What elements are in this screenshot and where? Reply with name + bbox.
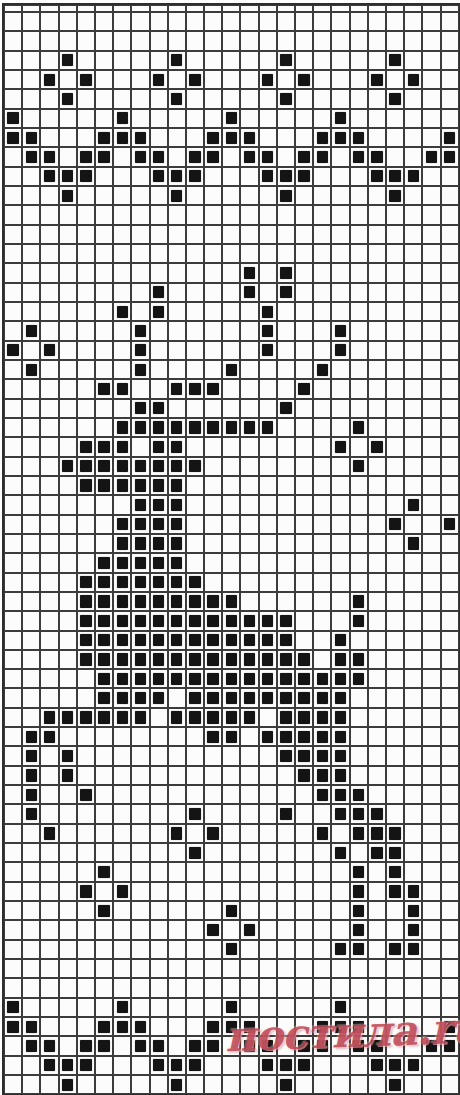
grid-cell [222,457,240,476]
grid-cell [150,70,168,89]
filled-stitch [335,692,346,704]
filled-stitch [207,421,218,433]
grid-cell [386,147,404,166]
grid-cell [77,476,95,495]
grid-cell [4,573,22,592]
filled-stitch [171,383,182,395]
grid-cell [404,360,422,379]
filled-stitch [44,731,55,743]
grid-cell [59,611,77,630]
grid-cell [350,611,368,630]
grid-cell [422,321,440,340]
grid-cell [331,920,349,939]
filled-stitch [117,518,128,530]
grid-cell [441,89,459,108]
grid-cell [422,205,440,224]
grid-cell [277,631,295,650]
grid-cell [4,688,22,707]
filled-stitch [98,1021,109,1033]
grid-cell [277,843,295,862]
grid-cell [4,804,22,823]
grid-cell [240,437,258,456]
grid-cell-partial [259,5,277,12]
filled-stitch [298,711,309,723]
grid-cell [331,901,349,920]
grid-cell [259,283,277,302]
filled-stitch [226,595,237,607]
grid-cell [168,611,186,630]
grid-cell [313,186,331,205]
grid-cell [404,1056,422,1075]
grid-cell [441,920,459,939]
filled-stitch [371,74,382,86]
grid-cell [331,225,349,244]
grid-cell [295,611,313,630]
grid-cell [441,978,459,997]
grid-cell [350,147,368,166]
grid-cell [150,167,168,186]
grid-cell [59,167,77,186]
filled-stitch [117,441,128,453]
grid-cell [404,631,422,650]
grid-cell [277,31,295,50]
grid-cell [22,940,40,959]
filled-stitch [298,383,309,395]
grid-cell [4,1056,22,1075]
filled-stitch [98,441,109,453]
grid-cell [113,940,131,959]
grid-cell [331,824,349,843]
filled-stitch [62,769,73,781]
grid-cell [422,920,440,939]
grid-cell [22,824,40,843]
grid-cell-partial [168,5,186,12]
filled-stitch [335,711,346,723]
grid-cell [4,147,22,166]
grid-cell [150,302,168,321]
grid-cell [204,766,222,785]
grid-cell [240,515,258,534]
filled-stitch [207,595,218,607]
grid-cell [422,495,440,514]
grid-cell [331,12,349,31]
grid-cell [441,167,459,186]
grid-cell [150,862,168,881]
grid-cell [131,205,149,224]
grid-cell [368,553,386,572]
grid-cell [131,553,149,572]
grid-cell [277,225,295,244]
grid-cell [95,843,113,862]
grid-cell [386,553,404,572]
grid-cell [350,109,368,128]
grid-cell [77,592,95,611]
filled-stitch [244,421,255,433]
grid-cell [95,592,113,611]
filled-stitch [98,151,109,163]
filled-stitch [135,653,146,665]
filled-stitch [317,731,328,743]
grid-cell [204,225,222,244]
grid-cell [59,1017,77,1036]
filled-stitch [317,750,328,762]
filled-stitch [353,673,364,685]
grid-cell [222,128,240,147]
grid-cell [131,901,149,920]
grid-cell [22,727,40,746]
grid-cell [204,824,222,843]
grid-cell [150,959,168,978]
grid-cell [240,669,258,688]
grid-cell [186,321,204,340]
grid-cell [186,573,204,592]
grid-cell [331,321,349,340]
filled-stitch [207,711,218,723]
grid-cell [222,515,240,534]
grid-cell [386,708,404,727]
grid-cell [22,437,40,456]
grid-cell [386,998,404,1017]
grid-cell [59,263,77,282]
grid-cell [259,186,277,205]
grid-cell-partial [404,5,422,12]
filled-stitch [98,576,109,588]
grid-cell [295,688,313,707]
grid-cell [131,457,149,476]
grid-cell [186,1075,204,1094]
grid-cell [350,669,368,688]
grid-cell [313,1075,331,1094]
filled-stitch [171,634,182,646]
filled-stitch [135,518,146,530]
grid-cell [368,766,386,785]
grid-cell [295,515,313,534]
grid-cell [95,109,113,128]
grid-cell [4,360,22,379]
grid-cell [22,244,40,263]
grid-cell-partial [131,5,149,12]
filled-stitch [389,93,400,105]
grid-cell [113,515,131,534]
grid-cell [331,244,349,263]
grid-cell [131,824,149,843]
grid-cell [168,321,186,340]
grid-cell [40,51,58,70]
grid-cell [22,1017,40,1036]
grid-cell [295,263,313,282]
grid-cell [95,89,113,108]
grid-cell [113,128,131,147]
grid-cell [204,553,222,572]
grid-cell [40,109,58,128]
grid-cell [59,824,77,843]
grid-cell [77,766,95,785]
filled-stitch [207,924,218,936]
grid-cell [222,940,240,959]
grid-cell [331,399,349,418]
filled-stitch [171,421,182,433]
filled-stitch [244,132,255,144]
grid-cell [350,457,368,476]
grid-cell [204,205,222,224]
grid-cell [422,147,440,166]
grid-cell [240,1017,258,1036]
grid-cell [222,1056,240,1075]
grid-cell [222,225,240,244]
grid-cell [350,167,368,186]
grid-cell [313,70,331,89]
grid-cell [295,553,313,572]
grid-cell [295,379,313,398]
grid-cell [259,109,277,128]
grid-cell [404,379,422,398]
grid-cell [441,225,459,244]
filled-stitch [26,1040,37,1052]
grid-cell [113,708,131,727]
grid-cell [204,862,222,881]
grid-cell [404,573,422,592]
grid-cell [150,882,168,901]
filled-stitch [98,460,109,472]
grid-cell [368,882,386,901]
grid-cell [386,940,404,959]
grid-cell [295,399,313,418]
grid-cell [259,1075,277,1094]
filled-stitch [117,634,128,646]
grid-cell [422,708,440,727]
grid-cell [386,12,404,31]
filled-stitch [389,54,400,66]
grid-cell [386,727,404,746]
grid-cell [441,804,459,823]
grid-cell [40,476,58,495]
grid-cell [350,708,368,727]
grid-cell [259,553,277,572]
grid-cell-partial [95,5,113,12]
grid-cell [404,746,422,765]
grid-cell [113,882,131,901]
grid-cell [204,437,222,456]
grid-cell [168,727,186,746]
filled-stitch [153,441,164,453]
grid-cell [277,128,295,147]
grid-cell [404,225,422,244]
filled-stitch [26,789,37,801]
grid-cell [150,437,168,456]
grid-cell [77,283,95,302]
grid-cell [350,901,368,920]
grid-cell [168,70,186,89]
grid-cell [313,978,331,997]
grid-cell [222,631,240,650]
grid-cell [222,804,240,823]
grid-cell [150,553,168,572]
grid-cell [59,128,77,147]
grid-cell [295,89,313,108]
grid-cell [186,515,204,534]
grid-cell [150,901,168,920]
grid-cell [441,746,459,765]
grid-cell [422,592,440,611]
grid-cell [4,515,22,534]
grid-cell [95,205,113,224]
grid-cell [259,862,277,881]
grid-cell [150,457,168,476]
grid-cell [422,515,440,534]
grid-cell [59,70,77,89]
grid-cell [259,418,277,437]
grid-cell-partial [350,5,368,12]
grid-cell [441,553,459,572]
grid-cell [259,746,277,765]
filled-stitch [389,518,400,530]
grid-cell [259,573,277,592]
grid-cell [186,476,204,495]
grid-cell [240,920,258,939]
grid-cell [295,31,313,50]
grid-cell [259,341,277,360]
grid-cell [277,669,295,688]
grid-cell [204,882,222,901]
grid-cell [313,708,331,727]
grid-cell [59,804,77,823]
filled-stitch [353,421,364,433]
grid-cell [40,1036,58,1055]
filled-stitch [135,364,146,376]
grid-cell [150,399,168,418]
grid-cell [441,399,459,418]
grid-cell [77,321,95,340]
grid-cell [40,650,58,669]
grid-cell [59,225,77,244]
grid-cell [441,1036,459,1055]
grid-cell [277,244,295,263]
grid-cell [113,263,131,282]
filled-stitch [135,1021,146,1033]
filled-stitch [280,93,291,105]
filled-stitch [335,634,346,646]
grid-cell [277,534,295,553]
grid-cell [222,592,240,611]
filled-stitch [335,325,346,337]
filled-stitch [335,132,346,144]
grid-cell [40,89,58,108]
grid-cell [259,1017,277,1036]
grid-cell [441,360,459,379]
grid-cell [386,437,404,456]
filled-stitch [207,615,218,627]
grid-cell [40,708,58,727]
grid-cell [222,920,240,939]
filled-stitch [189,692,200,704]
grid-cell [441,669,459,688]
grid-cell [4,727,22,746]
filled-stitch [335,731,346,743]
grid-cell [350,515,368,534]
grid-cell [59,341,77,360]
grid-cell [222,998,240,1017]
grid-cell [422,862,440,881]
grid-cell [77,611,95,630]
grid-cell-partial [277,5,295,12]
grid-cell [4,418,22,437]
filled-stitch [153,1040,164,1052]
grid-cell [186,843,204,862]
grid-cell [240,1056,258,1075]
grid-cell [404,476,422,495]
grid-cell [441,321,459,340]
grid-cell [222,882,240,901]
grid-cell [277,746,295,765]
grid-cell-partial [4,5,22,12]
filled-stitch [280,54,291,66]
filled-stitch [117,112,128,124]
filled-stitch [117,1021,128,1033]
grid-cell [386,978,404,997]
grid-cell [259,843,277,862]
grid-cell [168,457,186,476]
filled-stitch [335,112,346,124]
grid-cell [40,959,58,978]
filled-stitch [317,827,328,839]
filled-stitch [280,731,291,743]
grid-cell [222,843,240,862]
grid-cell [313,379,331,398]
grid-cell [331,70,349,89]
grid-cell [77,959,95,978]
grid-cell [40,882,58,901]
filled-stitch [353,866,364,878]
filled-stitch [189,808,200,820]
grid-cell [277,882,295,901]
grid-cell [40,534,58,553]
filled-stitch [153,74,164,86]
grid-cell [368,283,386,302]
grid-cell [95,515,113,534]
grid-cell [240,553,258,572]
grid-cell [113,959,131,978]
grid-cell [59,592,77,611]
grid-cell [259,669,277,688]
grid-cell [386,573,404,592]
grid-cell [422,263,440,282]
filled-stitch [189,673,200,685]
filled-stitch [298,673,309,685]
grid-cell [150,573,168,592]
grid-cell [113,978,131,997]
grid-cell [422,360,440,379]
grid-cell [313,611,331,630]
grid-cell [95,785,113,804]
grid-cell [204,843,222,862]
filled-stitch [244,151,255,163]
grid-cell [295,360,313,379]
grid-cell [422,998,440,1017]
filled-stitch [262,673,273,685]
grid-cell [313,515,331,534]
grid-cell [368,843,386,862]
grid-cell [441,862,459,881]
grid-cell-partial [59,5,77,12]
grid-cell [40,978,58,997]
grid-cell [313,862,331,881]
grid-cell [150,534,168,553]
grid-cell [368,109,386,128]
filled-stitch [153,499,164,511]
grid-cell [422,283,440,302]
grid-cell [295,225,313,244]
grid-cell [259,31,277,50]
